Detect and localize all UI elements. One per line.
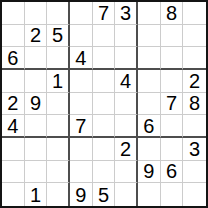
cell-r7c3[interactable]: [47, 138, 70, 161]
cell-r3c2[interactable]: [25, 47, 48, 70]
cell-r5c6[interactable]: [115, 93, 138, 116]
cell-r1c4[interactable]: [70, 2, 93, 25]
cell-r4c7[interactable]: [138, 70, 161, 93]
cell-r5c2[interactable]: 9: [25, 93, 48, 116]
cell-r1c2[interactable]: [25, 2, 48, 25]
cell-r6c8[interactable]: [161, 115, 184, 138]
cell-r5c8[interactable]: 7: [161, 93, 184, 116]
cell-r2c4[interactable]: [70, 25, 93, 48]
cell-r7c1[interactable]: [2, 138, 25, 161]
cell-r4c3[interactable]: 1: [47, 70, 70, 93]
cell-r2c1[interactable]: [2, 25, 25, 48]
cell-r8c3[interactable]: [47, 161, 70, 184]
cell-r2c5[interactable]: [93, 25, 116, 48]
cell-r3c6[interactable]: [115, 47, 138, 70]
cell-r1c6[interactable]: 3: [115, 2, 138, 25]
cell-r7c6[interactable]: 2: [115, 138, 138, 161]
cell-r5c7[interactable]: [138, 93, 161, 116]
cell-r2c9[interactable]: [183, 25, 206, 48]
cell-r2c8[interactable]: [161, 25, 184, 48]
cell-r3c7[interactable]: [138, 47, 161, 70]
cell-r8c4[interactable]: [70, 161, 93, 184]
cell-r9c3[interactable]: [47, 183, 70, 206]
cell-r4c1[interactable]: [2, 70, 25, 93]
cell-r9c7[interactable]: [138, 183, 161, 206]
cell-r4c5[interactable]: [93, 70, 116, 93]
cell-r6c4[interactable]: 7: [70, 115, 93, 138]
cell-r6c9[interactable]: [183, 115, 206, 138]
cell-r9c1[interactable]: [2, 183, 25, 206]
cell-r9c5[interactable]: 5: [93, 183, 116, 206]
cell-r2c7[interactable]: [138, 25, 161, 48]
cell-r8c8[interactable]: 6: [161, 161, 184, 184]
cell-r4c2[interactable]: [25, 70, 48, 93]
cell-r4c4[interactable]: [70, 70, 93, 93]
cell-r4c9[interactable]: 2: [183, 70, 206, 93]
cell-r9c2[interactable]: 1: [25, 183, 48, 206]
cell-r6c6[interactable]: [115, 115, 138, 138]
cell-r1c7[interactable]: [138, 2, 161, 25]
cell-r2c3[interactable]: 5: [47, 25, 70, 48]
cell-r3c8[interactable]: [161, 47, 184, 70]
cell-r8c9[interactable]: [183, 161, 206, 184]
cell-r7c7[interactable]: [138, 138, 161, 161]
cell-r4c8[interactable]: [161, 70, 184, 93]
cell-r1c1[interactable]: [2, 2, 25, 25]
cell-r5c9[interactable]: 8: [183, 93, 206, 116]
cell-r8c1[interactable]: [2, 161, 25, 184]
cell-r2c6[interactable]: [115, 25, 138, 48]
cell-r5c1[interactable]: 2: [2, 93, 25, 116]
cell-r9c9[interactable]: [183, 183, 206, 206]
cell-r9c4[interactable]: 9: [70, 183, 93, 206]
cell-r7c2[interactable]: [25, 138, 48, 161]
cell-r5c5[interactable]: [93, 93, 116, 116]
cell-r3c9[interactable]: [183, 47, 206, 70]
cell-r8c6[interactable]: [115, 161, 138, 184]
cell-r7c8[interactable]: [161, 138, 184, 161]
cell-r7c4[interactable]: [70, 138, 93, 161]
cell-r8c7[interactable]: 9: [138, 161, 161, 184]
cell-r9c8[interactable]: [161, 183, 184, 206]
cell-r6c5[interactable]: [93, 115, 116, 138]
cell-r7c5[interactable]: [93, 138, 116, 161]
cell-r9c6[interactable]: [115, 183, 138, 206]
cell-r1c5[interactable]: 7: [93, 2, 116, 25]
cell-r8c2[interactable]: [25, 161, 48, 184]
cell-r6c3[interactable]: [47, 115, 70, 138]
cell-r7c9[interactable]: 3: [183, 138, 206, 161]
sudoku-board: 738256414229784762396195: [0, 0, 208, 208]
cell-r3c4[interactable]: 4: [70, 47, 93, 70]
cell-r3c5[interactable]: [93, 47, 116, 70]
cell-r5c4[interactable]: [70, 93, 93, 116]
cell-r4c6[interactable]: 4: [115, 70, 138, 93]
cell-r1c3[interactable]: [47, 2, 70, 25]
cell-r3c3[interactable]: [47, 47, 70, 70]
cell-r6c1[interactable]: 4: [2, 115, 25, 138]
cell-r1c8[interactable]: 8: [161, 2, 184, 25]
cell-r2c2[interactable]: 2: [25, 25, 48, 48]
cell-r8c5[interactable]: [93, 161, 116, 184]
cell-r6c7[interactable]: 6: [138, 115, 161, 138]
cell-r1c9[interactable]: [183, 2, 206, 25]
cell-r5c3[interactable]: [47, 93, 70, 116]
cell-r6c2[interactable]: [25, 115, 48, 138]
cell-r3c1[interactable]: 6: [2, 47, 25, 70]
